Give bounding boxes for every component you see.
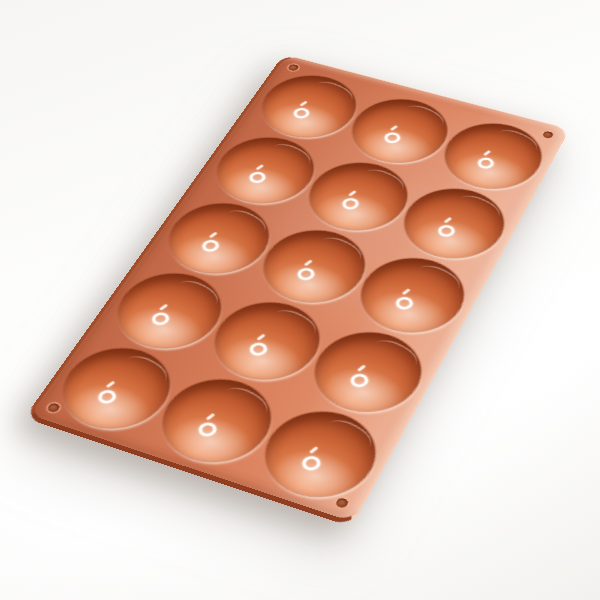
light-ring-reflection: [340, 196, 362, 211]
light-tick-reflection: [310, 446, 319, 453]
light-ring-reflection: [291, 106, 312, 119]
light-tick-reflection: [300, 101, 308, 106]
light-ring-reflection: [247, 340, 270, 357]
light-ring-reflection: [435, 223, 457, 238]
light-tick-reflection: [160, 304, 169, 311]
silicone-mold: [24, 54, 570, 527]
light-tick-reflection: [358, 365, 367, 372]
light-tick-reflection: [402, 288, 411, 294]
light-ring-reflection: [348, 371, 371, 388]
cavity-hemisphere: [430, 114, 554, 198]
light-tick-reflection: [349, 190, 357, 196]
cavity-grid: [30, 55, 568, 521]
light-ring-reflection: [393, 295, 415, 311]
light-ring-reflection: [199, 238, 221, 253]
cavity-hemisphere: [389, 179, 518, 269]
light-tick-reflection: [106, 381, 115, 388]
light-ring-reflection: [95, 388, 119, 405]
light-ring-reflection: [382, 131, 403, 145]
light-ring-reflection: [195, 420, 219, 438]
light-ring-reflection: [247, 170, 268, 184]
light-tick-reflection: [206, 413, 215, 420]
light-tick-reflection: [484, 150, 492, 156]
light-ring-reflection: [149, 310, 172, 326]
light-tick-reflection: [257, 334, 266, 341]
light-tick-reflection: [304, 260, 313, 266]
light-ring-reflection: [299, 453, 323, 472]
photo-background: [0, 0, 600, 600]
light-tick-reflection: [444, 217, 452, 223]
light-ring-reflection: [475, 156, 496, 170]
light-ring-reflection: [295, 266, 317, 282]
mold-shadow-wrapper: [0, 0, 600, 600]
light-tick-reflection: [209, 232, 218, 238]
light-tick-reflection: [390, 125, 398, 131]
light-tick-reflection: [256, 164, 264, 170]
